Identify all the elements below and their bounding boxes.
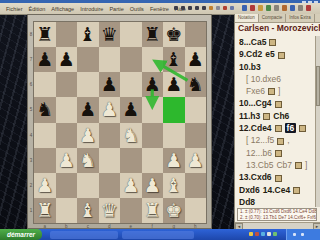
square-e6[interactable] [120, 72, 142, 97]
move-token[interactable]: 10...Cg4 [239, 98, 272, 108]
move-token[interactable]: ] [278, 86, 280, 96]
annotation-marker-icon [293, 187, 300, 194]
square-g6[interactable]: ♟ [163, 72, 185, 97]
delete-icon[interactable] [290, 5, 295, 11]
taskbar-icon[interactable] [249, 232, 253, 236]
annotation-marker-icon [277, 138, 284, 145]
black-piece-k-g8: ♚ [165, 22, 182, 47]
promote-icon[interactable] [282, 5, 287, 11]
medal-icon[interactable] [306, 5, 311, 11]
annotation-marker-icon [269, 39, 276, 46]
square-c7[interactable] [77, 47, 99, 72]
engine-line: 2. ± (0.70): 13.Tb1 De7 14.Cxf6+ Fxf6 15… [238, 215, 316, 221]
taskbar-icon[interactable] [273, 232, 277, 236]
move-token[interactable]: e5 [265, 49, 274, 59]
square-d6[interactable]: ♟ [99, 72, 121, 97]
desktop-screen: FichierÉditionAffichageIntroduirePartieO… [0, 0, 320, 240]
square-g5[interactable] [163, 97, 185, 122]
square-b3[interactable]: ♟ [56, 148, 78, 173]
menu-dition[interactable]: Édition [29, 6, 46, 12]
annotation-marker-icon [263, 113, 270, 120]
new-board-icon[interactable] [174, 6, 178, 10]
square-c6[interactable] [77, 72, 99, 97]
square-d7[interactable] [99, 47, 121, 72]
white-piece-r-f1: ♜ [144, 198, 161, 223]
square-a5[interactable]: ♞ [34, 97, 56, 122]
menubar-toolbar [171, 6, 234, 10]
rank-label-3: 3 [28, 148, 34, 173]
square-g2[interactable]: ♝ [163, 173, 185, 198]
square-e7[interactable] [120, 47, 142, 72]
square-h3[interactable]: ♟ [185, 148, 207, 173]
move-token[interactable]: [ 12...f5 [246, 135, 274, 145]
white-piece-p-e2: ♟ [122, 173, 139, 198]
square-d3[interactable] [99, 148, 121, 173]
network-icon[interactable] [301, 233, 304, 236]
white-piece-k-g1: ♚ [165, 198, 182, 223]
square-c8[interactable]: ♝ [77, 22, 99, 47]
notation-line: 9.Cd2e5 [239, 48, 315, 60]
black-piece-b-g7: ♝ [165, 47, 182, 72]
square-f7[interactable] [142, 47, 164, 72]
move-token[interactable]: Cb7 [276, 160, 292, 170]
square-c5[interactable]: ♟ [77, 97, 99, 122]
annotation-marker-icon [275, 101, 282, 108]
square-g4[interactable] [163, 123, 185, 148]
taskbar-icon[interactable] [255, 232, 259, 236]
rank-label-6: 6 [28, 72, 34, 97]
white-piece-b-g2: ♝ [165, 173, 182, 198]
black-piece-p-a7: ♟ [36, 47, 53, 72]
tab-notation[interactable]: Notation [235, 14, 259, 22]
move-token[interactable]: 12...b6 [246, 148, 272, 158]
move-token[interactable]: Ch6 [273, 111, 289, 121]
black-piece-r-f8: ♜ [144, 22, 161, 47]
move-token[interactable]: 10.b3 [239, 62, 261, 72]
engine-line: 1. ± (0.77): 13.Cxd6 Dxd6 14.Ce4 Dd8 15.… [238, 209, 316, 215]
white-piece-b-c1: ♝ [79, 198, 96, 223]
move-token[interactable]: , [287, 135, 289, 145]
square-b8[interactable] [56, 22, 78, 47]
square-f5[interactable] [142, 97, 164, 122]
menu-partie[interactable]: Partie [109, 6, 123, 12]
taskbar-icon[interactable] [261, 232, 265, 236]
annotation-marker-icon [275, 175, 282, 182]
white-piece-p-b3: ♟ [58, 148, 75, 173]
flip-board-icon[interactable] [181, 6, 185, 10]
square-a1[interactable]: ♜ [34, 198, 56, 223]
move-token[interactable]: 13.Cb5 [246, 160, 273, 170]
clock-icon[interactable] [202, 6, 206, 10]
move-token[interactable]: Dxd6 [239, 185, 260, 195]
square-c1[interactable]: ♝ [77, 198, 99, 223]
square-e2[interactable]: ♟ [120, 173, 142, 198]
start-button[interactable]: démarrer [0, 229, 42, 240]
taskbar: démarrer [0, 229, 320, 240]
annotation-marker-icon [275, 150, 282, 157]
square-f1[interactable]: ♜ [142, 198, 164, 223]
taskbar-item[interactable] [122, 231, 194, 239]
record-icon[interactable] [223, 6, 227, 10]
square-f4[interactable] [142, 123, 164, 148]
save-icon[interactable] [242, 5, 247, 11]
volume-icon[interactable] [293, 233, 296, 236]
black-piece-p-f6: ♟ [144, 72, 161, 97]
black-piece-b-c8: ♝ [79, 22, 96, 47]
white-piece-p-h3: ♟ [187, 148, 204, 173]
move-token[interactable]: Fxe6 [246, 86, 265, 96]
square-g3[interactable]: ♟ [163, 148, 185, 173]
variation-icon[interactable] [274, 5, 279, 11]
move-token[interactable]: Dd8 [239, 197, 255, 207]
square-a4[interactable] [34, 123, 56, 148]
square-g8[interactable]: ♚ [163, 22, 185, 47]
square-h2[interactable] [185, 173, 207, 198]
square-b6[interactable] [56, 72, 78, 97]
square-h7[interactable]: ♟ [185, 47, 207, 72]
taskbar-icon[interactable] [267, 232, 271, 236]
menu-fichier[interactable]: Fichier [6, 6, 23, 12]
white-piece-p-f2: ♟ [144, 173, 161, 198]
rank-label-1: 1 [28, 198, 34, 223]
chess-board: ♜♝♛♜♚♟♟♝♟♟♟♟♞♞♟♟♟♟♞♟♞♟♟♟♟♟♝♜♝♛♜♚ [34, 22, 206, 223]
move-token[interactable]: 11.h3 [239, 111, 260, 121]
white-piece-q-d1: ♛ [101, 198, 118, 223]
square-f2[interactable]: ♟ [142, 173, 164, 198]
menu-introduire[interactable]: Introduire [80, 6, 103, 12]
move-token[interactable]: 14.Ce4 [263, 185, 290, 195]
notation-line: 11.h3Ch6 [239, 110, 315, 122]
square-a7[interactable]: ♟ [34, 47, 56, 72]
move-token[interactable]: ] [305, 160, 307, 170]
undo-icon[interactable] [250, 5, 255, 11]
square-d5[interactable]: ♟ [99, 97, 121, 122]
notation-line: 10.b3 [239, 61, 315, 73]
square-e5[interactable]: ♟ [120, 97, 142, 122]
tab-compacte[interactable]: Compacte [259, 14, 287, 22]
square-h6[interactable]: ♞ [185, 72, 207, 97]
notation-line: 12...b6 [239, 147, 315, 159]
move-token[interactable]: 12.Cde4 [239, 123, 272, 133]
white-piece-p-c4: ♟ [79, 123, 96, 148]
black-piece-n-a5: ♞ [36, 97, 53, 122]
black-piece-p-h7: ♟ [187, 47, 204, 72]
engine-icon[interactable] [188, 6, 192, 10]
tab-infosextra[interactable]: Infos Extra [286, 14, 315, 22]
notation-line: 13.Cxd6 [239, 171, 315, 183]
rank-label-5: 5 [28, 97, 34, 122]
menu-fentre[interactable]: Fenêtre [150, 6, 169, 12]
white-piece-p-d5: ♟ [101, 97, 118, 122]
square-h4[interactable] [185, 123, 207, 148]
move-token[interactable]: [ 10.dxe6 [246, 74, 281, 84]
black-piece-p-e5: ♟ [122, 97, 139, 122]
square-b4[interactable] [56, 123, 78, 148]
move-token[interactable]: 13.Cxd6 [239, 172, 272, 182]
square-f8[interactable]: ♜ [142, 22, 164, 47]
square-c3[interactable]: ♞ [77, 148, 99, 173]
square-d1[interactable]: ♛ [99, 198, 121, 223]
annotation-marker-icon [299, 125, 306, 132]
square-h5[interactable] [185, 97, 207, 122]
notation-line: Fxe6] [239, 85, 315, 97]
notation-tabs: NotationCompacteInfos Extra [235, 14, 320, 23]
board-window: ♜♝♛♜♚♟♟♝♟♟♟♟♞♞♟♟♟♟♞♟♞♟♟♟♟♟♝♜♝♛♜♚ abcdefg… [27, 14, 212, 229]
square-g7[interactable]: ♝ [163, 47, 185, 72]
square-b5[interactable] [56, 97, 78, 122]
square-a2[interactable]: ♟ [34, 173, 56, 198]
square-e8[interactable] [120, 22, 142, 47]
annotation-marker-icon [295, 162, 302, 169]
square-f3[interactable] [142, 148, 164, 173]
square-a8[interactable]: ♜ [34, 22, 56, 47]
rank-label-4: 4 [28, 123, 34, 148]
white-piece-p-g3: ♟ [165, 148, 182, 173]
current-move[interactable]: f6 [285, 123, 297, 133]
move-list: 8...Ca59.Cd2e510.b3[ 10.dxe6Fxe6]10...Cg… [239, 36, 315, 208]
system-tray [286, 229, 320, 240]
square-h8[interactable] [185, 22, 207, 47]
black-piece-r-a8: ♜ [36, 22, 53, 47]
redo-icon[interactable] [258, 5, 263, 11]
black-piece-n-h6: ♞ [187, 72, 204, 97]
square-d8[interactable]: ♛ [99, 22, 121, 47]
notation-line: [ 12...f5, [239, 134, 315, 146]
camera-icon[interactable] [209, 6, 213, 10]
annotation-marker-icon [268, 88, 275, 95]
print-icon[interactable] [216, 6, 220, 10]
notation-line: 10...Cg4 [239, 97, 315, 109]
move-token[interactable]: 8...Ca5 [239, 37, 266, 47]
white-piece-n-c3: ♞ [79, 148, 96, 173]
black-piece-p-d6: ♟ [101, 72, 118, 97]
square-a6[interactable] [34, 72, 56, 97]
panel-toolbar [239, 5, 311, 11]
notation-line: 8...Ca5 [239, 36, 315, 48]
black-piece-p-g6: ♟ [165, 72, 182, 97]
white-piece-p-a2: ♟ [36, 173, 53, 198]
menu-affichage[interactable]: Affichage [51, 6, 74, 12]
training-icon[interactable] [298, 5, 303, 11]
notation-line: Dd8 [239, 196, 315, 208]
square-c2[interactable] [77, 173, 99, 198]
notation-line: Dxd614.Ce4 [239, 184, 315, 196]
annotation-marker-icon [275, 125, 282, 132]
notation-panel: NotationCompacteInfos Extra Carlsen - Mo… [234, 14, 320, 229]
notation-line: 13.Cb5Cb7] [239, 159, 315, 171]
square-d2[interactable] [99, 173, 121, 198]
notation-line: 12.Cde4f6 [239, 122, 315, 134]
engine-analysis-box: 1. ± (0.77): 13.Cxd6 Dxd6 14.Ce4 Dd8 15.… [237, 208, 317, 221]
black-piece-p-c5: ♟ [79, 97, 96, 122]
square-e4[interactable]: ♞ [120, 123, 142, 148]
black-piece-p-b7: ♟ [58, 47, 75, 72]
square-c4[interactable]: ♟ [77, 123, 99, 148]
annotation-marker-icon [278, 52, 285, 59]
notation-line: [ 10.dxe6 [239, 73, 315, 85]
white-piece-r-a1: ♜ [36, 198, 53, 223]
white-piece-n-e4: ♞ [122, 123, 139, 148]
square-b2[interactable] [56, 173, 78, 198]
annotate-icon[interactable] [266, 5, 271, 11]
move-token[interactable]: 9.Cd2 [239, 49, 262, 59]
square-e3[interactable] [120, 148, 142, 173]
taskbar-item[interactable] [50, 231, 118, 239]
square-h1[interactable] [185, 198, 207, 223]
square-b7[interactable]: ♟ [56, 47, 78, 72]
rank-label-7: 7 [28, 47, 34, 72]
rank-label-8: 8 [28, 22, 34, 47]
book-icon[interactable] [195, 6, 199, 10]
vertical-scrollbar[interactable] [315, 36, 320, 207]
menu-outils[interactable]: Outils [130, 6, 144, 12]
square-e1[interactable] [120, 198, 142, 223]
scrollbar-thumb[interactable] [316, 66, 320, 106]
layout-icon[interactable] [230, 6, 234, 10]
square-b1[interactable] [56, 198, 78, 223]
square-f6[interactable]: ♟ [142, 72, 164, 97]
square-d4[interactable] [99, 123, 121, 148]
black-piece-q-d8: ♛ [101, 22, 118, 47]
rank-label-2: 2 [28, 173, 34, 198]
square-g1[interactable]: ♚ [163, 198, 185, 223]
game-title: Carlsen - Morozevich [238, 23, 320, 34]
square-a3[interactable] [34, 148, 56, 173]
